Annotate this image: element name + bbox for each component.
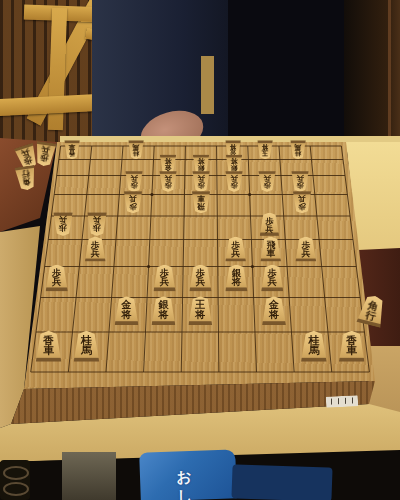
piece-sente-knight-8i: 桂馬	[73, 331, 100, 362]
piece-gote-captured-1: 歩兵	[33, 141, 57, 168]
piece-sente-gold-3h: 金将	[261, 296, 286, 325]
piece-gote-pawn-7c: 歩兵	[125, 171, 143, 192]
piece-gote-pawn-4c: 歩兵	[225, 171, 243, 192]
pieces-layer: 香車桂馬金将玉将桂馬金将銀将銀将歩兵歩兵歩兵歩兵歩兵歩兵歩兵飛車歩兵歩兵歩兵歩兵…	[0, 0, 400, 500]
piece-sente-gold-7h: 金将	[114, 296, 139, 325]
piece-gote-pawn-8e: 歩兵	[87, 213, 108, 236]
piece-sente-pawn-9g: 歩兵	[45, 264, 68, 291]
piece-gote-pawn-7d: 歩兵	[124, 191, 143, 213]
ring	[3, 466, 29, 480]
piece-sente-lance-1i: 香車	[338, 331, 365, 362]
photo-scene: 香車桂馬金将玉将桂馬金将銀将銀将歩兵歩兵歩兵歩兵歩兵歩兵歩兵飛車歩兵歩兵歩兵歩兵…	[0, 0, 400, 500]
piece-sente-pawn-3g: 歩兵	[261, 264, 284, 291]
piece-sente-silver-6h: 銀将	[151, 296, 176, 325]
piece-sente-rook-3f: 飛車	[260, 237, 282, 262]
piece-gote-pawn-3c: 歩兵	[258, 171, 276, 192]
piece-sente-lance-9i: 香車	[35, 331, 62, 362]
table-leg	[62, 452, 116, 500]
piece-sente-pawn-5g: 歩兵	[189, 264, 212, 291]
piece-gote-captured-2: 角行	[14, 165, 38, 192]
piece-sente-captured-right-0: 角行	[356, 293, 388, 328]
piece-gote-pawn-5c: 歩兵	[192, 171, 210, 192]
piece-sente-king-5h: 王将	[188, 296, 213, 325]
piece-sente-pawn-3e: 歩兵	[259, 213, 280, 236]
piece-gote-pawn-6c: 歩兵	[159, 171, 177, 192]
blue-bag: おし	[139, 449, 237, 500]
piece-gote-king-3a: 玉将	[257, 140, 273, 159]
piece-sente-pawn-6g: 歩兵	[153, 264, 176, 291]
piece-sente-pawn-4f: 歩兵	[225, 237, 247, 262]
piece-sente-pawn-2f: 歩兵	[295, 237, 317, 262]
bag-text: おし	[173, 459, 193, 498]
piece-sente-silver-4g: 銀将	[225, 264, 248, 291]
piece-sente-knight-2i: 桂馬	[300, 331, 327, 362]
piece-gote-knight-2a: 桂馬	[289, 140, 305, 159]
piece-gote-lance-9a: 香車	[64, 140, 80, 159]
piece-gote-rook-5d: 飛車	[191, 191, 210, 213]
ring	[3, 482, 29, 496]
dark-ringed-object	[0, 460, 30, 500]
piece-gote-pawn-2d: 歩兵	[292, 191, 311, 213]
piece-gote-pawn-9e: 歩兵	[53, 213, 74, 236]
piece-gote-knight-7a: 桂馬	[128, 140, 144, 159]
piece-sente-pawn-8f: 歩兵	[84, 237, 106, 262]
dark-blue-object	[231, 464, 332, 500]
piece-gote-pawn-2c: 歩兵	[291, 171, 309, 192]
